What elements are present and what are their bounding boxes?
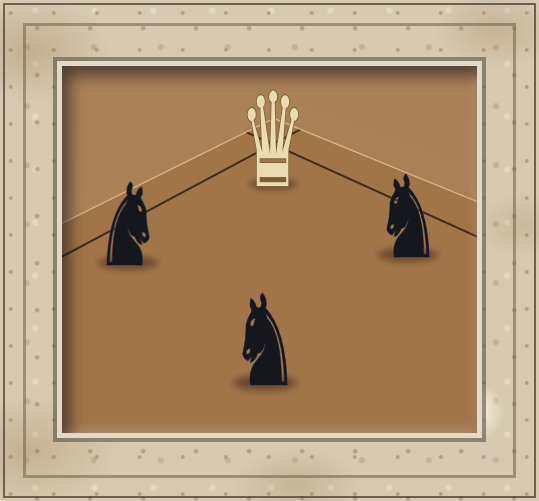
black-knight-f6: ♞ [230,268,300,415]
white-queen-h8: ♛ [239,66,306,217]
picture-frame: ♛♞♞♞ [0,0,539,501]
black-knight-h6: ♞ [95,160,162,293]
chess-photo: ♛♞♞♞ [62,66,477,433]
chessboard: ♛♞♞♞ [62,66,477,433]
black-knight-f8: ♞ [375,152,442,285]
